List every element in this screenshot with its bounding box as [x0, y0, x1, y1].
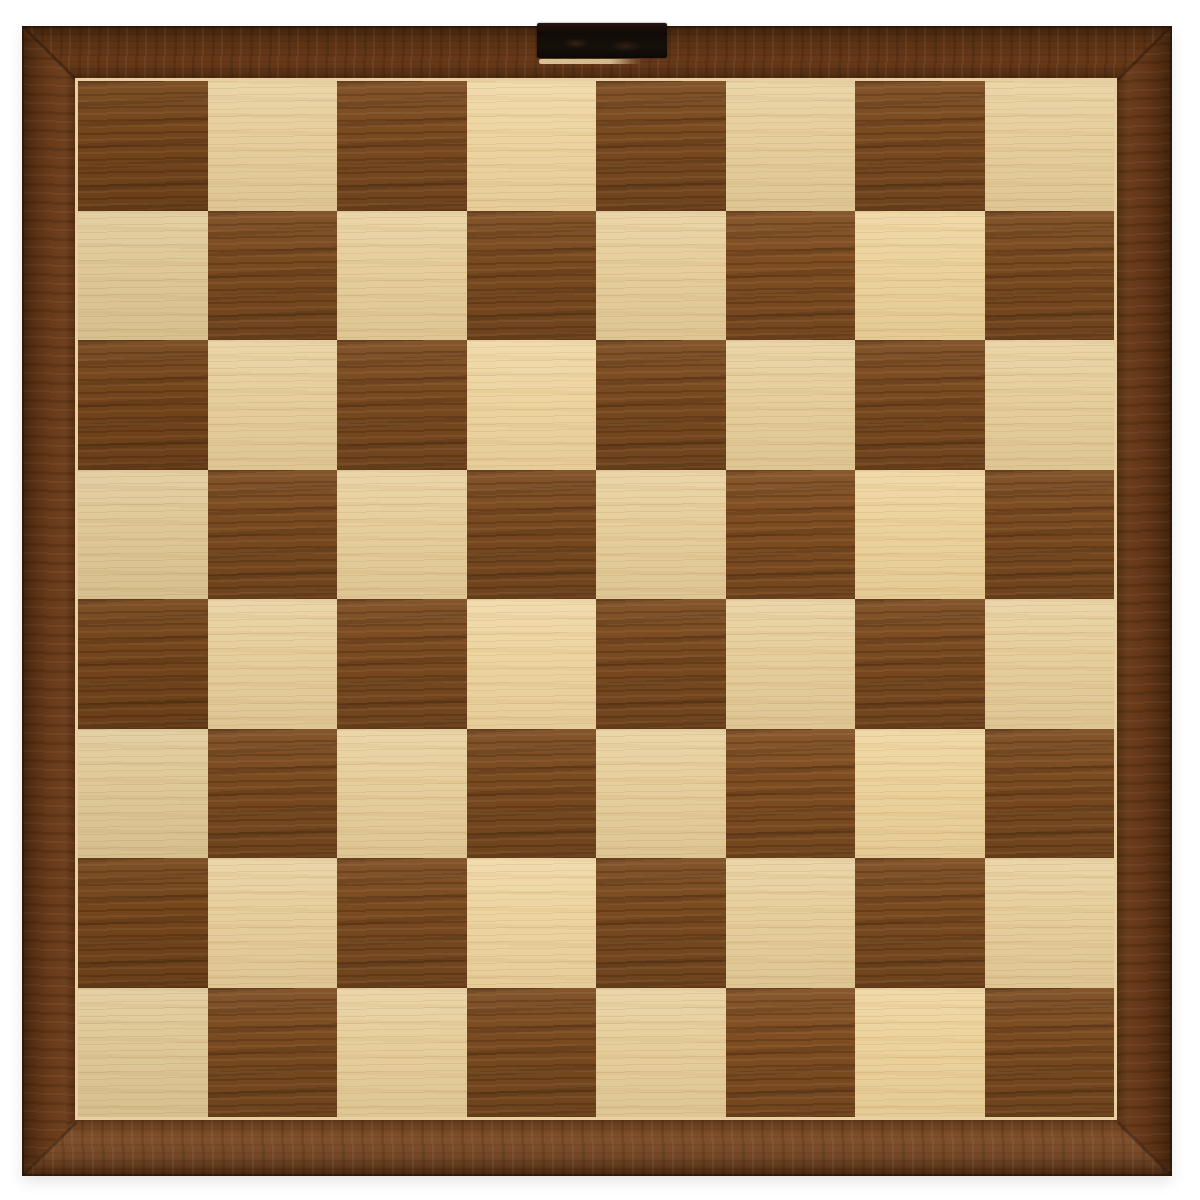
board-frame-bottom-rail — [22, 1120, 1172, 1176]
square-g2 — [855, 858, 985, 988]
square-a3 — [78, 729, 208, 859]
square-e2 — [596, 858, 726, 988]
square-f4 — [726, 599, 856, 729]
square-f6 — [726, 340, 856, 470]
square-c7 — [337, 211, 467, 341]
square-g3 — [855, 729, 985, 859]
square-c6 — [337, 340, 467, 470]
square-f8 — [726, 81, 856, 211]
square-d1 — [467, 988, 597, 1118]
square-b6 — [208, 340, 338, 470]
square-b4 — [208, 599, 338, 729]
square-e5 — [596, 470, 726, 600]
square-b3 — [208, 729, 338, 859]
square-g8 — [855, 81, 985, 211]
square-h3 — [985, 729, 1115, 859]
square-a1 — [78, 988, 208, 1118]
square-e1 — [596, 988, 726, 1118]
square-d7 — [467, 211, 597, 341]
square-e6 — [596, 340, 726, 470]
chess-board — [22, 26, 1172, 1176]
board-frame-right-rail — [1117, 26, 1172, 1176]
square-c1 — [337, 988, 467, 1118]
square-d8 — [467, 81, 597, 211]
square-h5 — [985, 470, 1115, 600]
square-h4 — [985, 599, 1115, 729]
square-h6 — [985, 340, 1115, 470]
square-h8 — [985, 81, 1115, 211]
square-g7 — [855, 211, 985, 341]
square-h7 — [985, 211, 1115, 341]
square-d5 — [467, 470, 597, 600]
square-b8 — [208, 81, 338, 211]
square-f3 — [726, 729, 856, 859]
square-a5 — [78, 470, 208, 600]
square-b5 — [208, 470, 338, 600]
square-h1 — [985, 988, 1115, 1118]
square-b1 — [208, 988, 338, 1118]
square-h2 — [985, 858, 1115, 988]
square-b2 — [208, 858, 338, 988]
square-c5 — [337, 470, 467, 600]
square-a2 — [78, 858, 208, 988]
square-a8 — [78, 81, 208, 211]
square-g1 — [855, 988, 985, 1118]
square-f1 — [726, 988, 856, 1118]
square-f5 — [726, 470, 856, 600]
square-c8 — [337, 81, 467, 211]
square-e8 — [596, 81, 726, 211]
square-e4 — [596, 599, 726, 729]
photo-background — [0, 0, 1200, 1200]
board-frame-left-rail — [22, 26, 75, 1176]
square-b7 — [208, 211, 338, 341]
plaque-reflection — [539, 59, 641, 64]
square-e3 — [596, 729, 726, 859]
square-d2 — [467, 858, 597, 988]
square-g5 — [855, 470, 985, 600]
square-f7 — [726, 211, 856, 341]
square-f2 — [726, 858, 856, 988]
board-playing-field — [75, 78, 1117, 1120]
square-c4 — [337, 599, 467, 729]
square-e7 — [596, 211, 726, 341]
square-d6 — [467, 340, 597, 470]
square-d3 — [467, 729, 597, 859]
square-g4 — [855, 599, 985, 729]
square-d4 — [467, 599, 597, 729]
square-g6 — [855, 340, 985, 470]
square-c2 — [337, 858, 467, 988]
square-a6 — [78, 340, 208, 470]
square-a4 — [78, 599, 208, 729]
square-a7 — [78, 211, 208, 341]
maker-plaque — [537, 23, 667, 58]
square-c3 — [337, 729, 467, 859]
